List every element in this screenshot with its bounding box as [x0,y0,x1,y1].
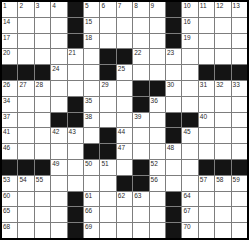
cell-r7-c3[interactable] [35,97,50,112]
cell-r10-c1[interactable]: 46 [2,144,17,159]
cell-r6-c5[interactable] [68,81,83,96]
cell-number-21: 21 [69,49,76,57]
cell-r7-c15[interactable] [232,97,247,112]
cell-number-47: 47 [118,144,125,152]
cell-r15-c7[interactable] [100,223,115,238]
cell-r2-c6[interactable]: 15 [84,18,99,33]
cell-r15-c12[interactable]: 70 [182,223,197,238]
cell-r11-c12[interactable] [182,160,197,175]
cell-r11-c11[interactable] [166,160,181,175]
cell-r11-c10[interactable]: 52 [150,160,165,175]
black-cell-r8-c11 [166,113,181,128]
cell-r6-c7[interactable]: 29 [100,81,115,96]
cell-r12-c7[interactable] [100,176,115,191]
cell-r15-c13[interactable] [199,223,214,238]
cell-number-52: 52 [151,160,158,168]
black-cell-r7-c9 [133,97,148,112]
cell-r12-c10[interactable]: 56 [150,176,165,191]
cell-r14-c6[interactable]: 66 [84,207,99,222]
cell-r2-c13[interactable] [199,18,214,33]
cell-r3-c8[interactable] [117,34,132,49]
cell-number-25: 25 [118,65,125,73]
black-cell-r2-c5 [68,18,83,33]
cell-r3-c1[interactable]: 17 [2,34,17,49]
cell-number-61: 61 [85,192,92,200]
black-cell-r11-c13 [199,160,214,175]
cell-r7-c4[interactable] [51,97,66,112]
black-cell-r9-c11 [166,128,181,143]
cell-number-69: 69 [85,223,92,231]
cell-r10-c11[interactable]: 48 [166,144,181,159]
cell-r8-c7[interactable] [100,113,115,128]
cell-r4-c3[interactable] [35,49,50,64]
cell-r8-c1[interactable]: 37 [2,113,17,128]
cell-number-65: 65 [3,207,10,215]
cell-number-13: 13 [233,2,240,10]
cell-r9-c2[interactable] [18,128,33,143]
cell-number-59: 59 [233,176,240,184]
cell-r7-c2[interactable] [18,97,33,112]
black-cell-r12-c8 [117,176,132,191]
cell-r1-c9[interactable]: 8 [133,2,148,17]
cell-number-62: 62 [118,192,125,200]
black-cell-r8-c4 [51,113,66,128]
cell-r2-c7[interactable] [100,18,115,33]
cell-number-64: 64 [183,192,190,200]
cell-number-22: 22 [134,49,141,57]
cell-r1-c12[interactable]: 10 [182,2,197,17]
cell-r12-c1[interactable]: 53 [2,176,17,191]
cell-r6-c11[interactable]: 30 [166,81,181,96]
cell-number-63: 63 [134,192,141,200]
cell-number-10: 10 [183,2,190,10]
cell-number-30: 30 [167,81,174,89]
cell-number-23: 23 [167,49,174,57]
cell-r1-c4[interactable]: 4 [51,2,66,17]
cell-r4-c2[interactable] [18,49,33,64]
black-cell-r1-c5 [68,2,83,17]
cell-r6-c3[interactable]: 28 [35,81,50,96]
cell-r13-c3[interactable] [35,192,50,207]
cell-number-24: 24 [52,65,59,73]
cell-r10-c9[interactable] [133,144,148,159]
cell-number-68: 68 [3,223,10,231]
cell-r15-c2[interactable] [18,223,33,238]
cell-r1-c7[interactable]: 6 [100,2,115,17]
cell-r14-c4[interactable] [51,207,66,222]
cell-r4-c1[interactable]: 20 [2,49,17,64]
black-cell-r11-c14 [215,160,230,175]
cell-r8-c2[interactable] [18,113,33,128]
cell-number-43: 43 [69,128,76,136]
cell-r14-c3[interactable] [35,207,50,222]
black-cell-r2-c11 [166,18,181,33]
cell-r6-c4[interactable] [51,81,66,96]
cell-number-40: 40 [200,113,207,121]
cell-r4-c13[interactable] [199,49,214,64]
cell-r8-c10[interactable] [150,113,165,128]
cell-r9-c9[interactable] [133,128,148,143]
cell-r14-c2[interactable] [18,207,33,222]
black-cell-r5-c13 [199,65,214,80]
cell-r9-c5[interactable]: 43 [68,128,83,143]
cell-r13-c1[interactable]: 60 [2,192,17,207]
cell-number-58: 58 [216,176,223,184]
cell-number-46: 46 [3,144,10,152]
cell-r12-c12[interactable] [182,176,197,191]
cell-r2-c3[interactable] [35,18,50,33]
black-cell-r5-c2 [18,65,33,80]
cell-r7-c7[interactable] [100,97,115,112]
cell-r14-c8[interactable] [117,207,132,222]
cell-r4-c10[interactable] [150,49,165,64]
black-cell-r15-c5 [68,223,83,238]
black-cell-r4-c7 [100,49,115,64]
cell-number-11: 11 [200,2,207,10]
cell-r8-c6[interactable]: 38 [84,113,99,128]
cell-r9-c12[interactable]: 45 [182,128,197,143]
black-cell-r8-c12 [182,113,197,128]
cell-r11-c7[interactable]: 51 [100,160,115,175]
cell-r9-c14[interactable] [215,128,230,143]
cell-number-49: 49 [52,160,59,168]
cell-r12-c15[interactable]: 59 [232,176,247,191]
cell-number-5: 5 [85,2,89,10]
cell-r10-c2[interactable] [18,144,33,159]
cell-r1-c13[interactable]: 11 [199,2,214,17]
cell-number-2: 2 [19,2,23,10]
cell-number-9: 9 [151,2,155,10]
cell-r13-c14[interactable] [215,192,230,207]
cell-r3-c9[interactable] [133,34,148,49]
cell-r15-c6[interactable]: 69 [84,223,99,238]
cell-r13-c13[interactable] [199,192,214,207]
cell-r3-c14[interactable] [215,34,230,49]
cell-number-26: 26 [3,81,10,89]
cell-r2-c10[interactable] [150,18,165,33]
cell-r5-c4[interactable]: 24 [51,65,66,80]
cell-r14-c14[interactable] [215,207,230,222]
cell-r6-c12[interactable] [182,81,197,96]
black-cell-r6-c9 [133,81,148,96]
black-cell-r5-c14 [215,65,230,80]
cell-r13-c6[interactable]: 61 [84,192,99,207]
black-cell-r14-c5 [68,207,83,222]
cell-number-55: 55 [36,176,43,184]
cell-r10-c14[interactable] [215,144,230,159]
cell-number-28: 28 [36,81,43,89]
cell-r14-c9[interactable] [133,207,148,222]
black-cell-r10-c7 [100,144,115,159]
cell-r9-c13[interactable] [199,128,214,143]
cell-r8-c15[interactable] [232,113,247,128]
cell-r12-c2[interactable]: 54 [18,176,33,191]
cell-r3-c3[interactable] [35,34,50,49]
cell-r8-c3[interactable] [35,113,50,128]
black-cell-r14-c11 [166,207,181,222]
cell-number-41: 41 [3,128,10,136]
black-cell-r5-c15 [232,65,247,80]
black-cell-r10-c6 [84,144,99,159]
cell-number-50: 50 [85,160,92,168]
cell-r4-c11[interactable]: 23 [166,49,181,64]
cell-r10-c3[interactable] [35,144,50,159]
cell-number-54: 54 [19,176,26,184]
cell-r3-c6[interactable]: 18 [84,34,99,49]
cell-r3-c2[interactable] [18,34,33,49]
cell-number-29: 29 [101,81,108,89]
cell-r11-c5[interactable] [68,160,83,175]
cell-number-31: 31 [200,81,207,89]
cell-r3-c13[interactable] [199,34,214,49]
cell-r1-c1[interactable]: 1 [2,2,17,17]
cell-r6-c1[interactable]: 26 [2,81,17,96]
cell-r13-c15[interactable] [232,192,247,207]
cell-number-35: 35 [85,97,92,105]
cell-r15-c1[interactable]: 68 [2,223,17,238]
cell-r1-c15[interactable]: 13 [232,2,247,17]
cell-r1-c8[interactable]: 7 [117,2,132,17]
cell-r10-c13[interactable] [199,144,214,159]
cell-r7-c10[interactable]: 36 [150,97,165,112]
cell-r6-c15[interactable]: 33 [232,81,247,96]
black-cell-r11-c3 [35,160,50,175]
cell-r13-c8[interactable]: 62 [117,192,132,207]
black-cell-r4-c8 [117,49,132,64]
cell-r7-c8[interactable] [117,97,132,112]
cell-r3-c15[interactable] [232,34,247,49]
cell-number-67: 67 [183,207,190,215]
cell-r14-c12[interactable]: 67 [182,207,197,222]
cell-r13-c7[interactable] [100,192,115,207]
cell-number-18: 18 [85,34,92,42]
cell-r3-c12[interactable]: 19 [182,34,197,49]
black-cell-r11-c15 [232,160,247,175]
cell-r14-c10[interactable] [150,207,165,222]
cell-r3-c7[interactable] [100,34,115,49]
cell-r3-c4[interactable] [51,34,66,49]
cell-r8-c9[interactable]: 39 [133,113,148,128]
cell-r15-c15[interactable] [232,223,247,238]
cell-number-39: 39 [134,113,141,121]
cell-r2-c2[interactable] [18,18,33,33]
cell-r12-c3[interactable]: 55 [35,176,50,191]
cell-r12-c5[interactable] [68,176,83,191]
cell-r14-c15[interactable] [232,207,247,222]
cell-r6-c8[interactable] [117,81,132,96]
cell-r11-c8[interactable] [117,160,132,175]
cell-r13-c12[interactable]: 64 [182,192,197,207]
cell-number-57: 57 [200,176,207,184]
cell-r11-c4[interactable]: 49 [51,160,66,175]
cell-r15-c14[interactable] [215,223,230,238]
cell-r5-c11[interactable] [166,65,181,80]
cell-number-33: 33 [233,81,240,89]
black-cell-r12-c9 [133,176,148,191]
cell-number-34: 34 [3,97,10,105]
cell-r4-c14[interactable] [215,49,230,64]
cell-r14-c7[interactable] [100,207,115,222]
cell-number-7: 7 [118,2,122,10]
cell-r1-c10[interactable]: 9 [150,2,165,17]
cell-number-66: 66 [85,207,92,215]
cell-r12-c6[interactable] [84,176,99,191]
black-cell-r5-c3 [35,65,50,80]
cell-r13-c9[interactable]: 63 [133,192,148,207]
cell-r14-c13[interactable] [199,207,214,222]
cell-r1-c3[interactable]: 3 [35,2,50,17]
cell-r10-c15[interactable] [232,144,247,159]
cell-r7-c11[interactable] [166,97,181,112]
cell-number-53: 53 [3,176,10,184]
crossword-grid: 1234567891011121314151617181920212223242… [0,0,249,240]
cell-number-37: 37 [3,113,10,121]
cell-r7-c6[interactable]: 35 [84,97,99,112]
cell-number-8: 8 [134,2,138,10]
black-cell-r5-c7 [100,65,115,80]
cell-number-48: 48 [167,144,174,152]
cell-r15-c9[interactable] [133,223,148,238]
cell-r2-c9[interactable] [133,18,148,33]
cell-number-56: 56 [151,176,158,184]
black-cell-r3-c5 [68,34,83,49]
cell-number-36: 36 [151,97,158,105]
cell-r9-c10[interactable] [150,128,165,143]
cell-r3-c10[interactable] [150,34,165,49]
cell-r9-c6[interactable] [84,128,99,143]
black-cell-r3-c11 [166,34,181,49]
cell-r12-c14[interactable]: 58 [215,176,230,191]
cell-r10-c4[interactable] [51,144,66,159]
cell-number-20: 20 [3,49,10,57]
black-cell-r8-c5 [68,113,83,128]
black-cell-r15-c11 [166,223,181,238]
cell-r1-c14[interactable]: 12 [215,2,230,17]
cell-r12-c11[interactable] [166,176,181,191]
cell-number-27: 27 [19,81,26,89]
cell-r6-c14[interactable]: 32 [215,81,230,96]
cell-r13-c10[interactable] [150,192,165,207]
cell-r7-c12[interactable] [182,97,197,112]
black-cell-r1-c11 [166,2,181,17]
cell-r12-c4[interactable] [51,176,66,191]
cell-r6-c13[interactable]: 31 [199,81,214,96]
cell-r4-c12[interactable] [182,49,197,64]
cell-r11-c6[interactable]: 50 [84,160,99,175]
black-cell-r5-c1 [2,65,17,80]
cell-r10-c5[interactable] [68,144,83,159]
cell-number-16: 16 [183,18,190,26]
cell-r2-c1[interactable]: 14 [2,18,17,33]
cell-r10-c12[interactable] [182,144,197,159]
cell-number-60: 60 [3,192,10,200]
cell-number-70: 70 [183,223,190,231]
cell-r8-c13[interactable]: 40 [199,113,214,128]
cell-r4-c15[interactable] [232,49,247,64]
cell-r6-c2[interactable]: 27 [18,81,33,96]
cell-r15-c10[interactable] [150,223,165,238]
cell-r7-c13[interactable] [199,97,214,112]
cell-number-12: 12 [216,2,223,10]
cell-r5-c5[interactable] [68,65,83,80]
cell-r6-c6[interactable] [84,81,99,96]
cell-number-15: 15 [85,18,92,26]
black-cell-r13-c11 [166,192,181,207]
black-cell-r6-c10 [150,81,165,96]
black-cell-r11-c2 [18,160,33,175]
cell-r9-c15[interactable] [232,128,247,143]
cell-r9-c3[interactable] [35,128,50,143]
cell-r2-c14[interactable] [215,18,230,33]
cell-r15-c8[interactable] [117,223,132,238]
cell-r13-c2[interactable] [18,192,33,207]
black-cell-r11-c1 [2,160,17,175]
cell-r9-c1[interactable]: 41 [2,128,17,143]
cell-r12-c13[interactable]: 57 [199,176,214,191]
cell-r7-c14[interactable] [215,97,230,112]
cell-r4-c6[interactable] [84,49,99,64]
cell-r7-c1[interactable]: 34 [2,97,17,112]
cell-r5-c10[interactable] [150,65,165,80]
cell-number-3: 3 [36,2,40,10]
cell-number-38: 38 [85,113,92,121]
cell-r13-c4[interactable] [51,192,66,207]
cell-r5-c12[interactable] [182,65,197,80]
cell-r10-c10[interactable] [150,144,165,159]
cell-number-45: 45 [183,128,190,136]
cell-r2-c15[interactable] [232,18,247,33]
cell-r2-c12[interactable]: 16 [182,18,197,33]
cell-number-44: 44 [118,128,125,136]
cell-number-6: 6 [101,2,105,10]
cell-r5-c9[interactable] [133,65,148,80]
cell-number-14: 14 [3,18,10,26]
cell-number-32: 32 [216,81,223,89]
cell-r8-c8[interactable] [117,113,132,128]
black-cell-r11-c9 [133,160,148,175]
cell-r4-c9[interactable]: 22 [133,49,148,64]
cell-r15-c4[interactable] [51,223,66,238]
cell-r4-c5[interactable]: 21 [68,49,83,64]
black-cell-r7-c5 [68,97,83,112]
cell-number-19: 19 [183,34,190,42]
cell-r15-c3[interactable] [35,223,50,238]
cell-r1-c2[interactable]: 2 [18,2,33,17]
cell-r8-c14[interactable] [215,113,230,128]
cell-number-4: 4 [52,2,56,10]
cell-number-51: 51 [101,160,108,168]
cell-r2-c8[interactable] [117,18,132,33]
black-cell-r13-c5 [68,192,83,207]
cell-number-42: 42 [52,128,59,136]
black-cell-r9-c7 [100,128,115,143]
cell-r2-c4[interactable] [51,18,66,33]
cell-r10-c8[interactable]: 47 [117,144,132,159]
cell-r9-c4[interactable]: 42 [51,128,66,143]
cell-r4-c4[interactable] [51,49,66,64]
cell-r5-c8[interactable]: 25 [117,65,132,80]
cell-r5-c6[interactable] [84,65,99,80]
cell-r9-c8[interactable]: 44 [117,128,132,143]
cell-r14-c1[interactable]: 65 [2,207,17,222]
cell-number-17: 17 [3,34,10,42]
cell-r1-c6[interactable]: 5 [84,2,99,17]
cell-number-1: 1 [3,2,7,10]
